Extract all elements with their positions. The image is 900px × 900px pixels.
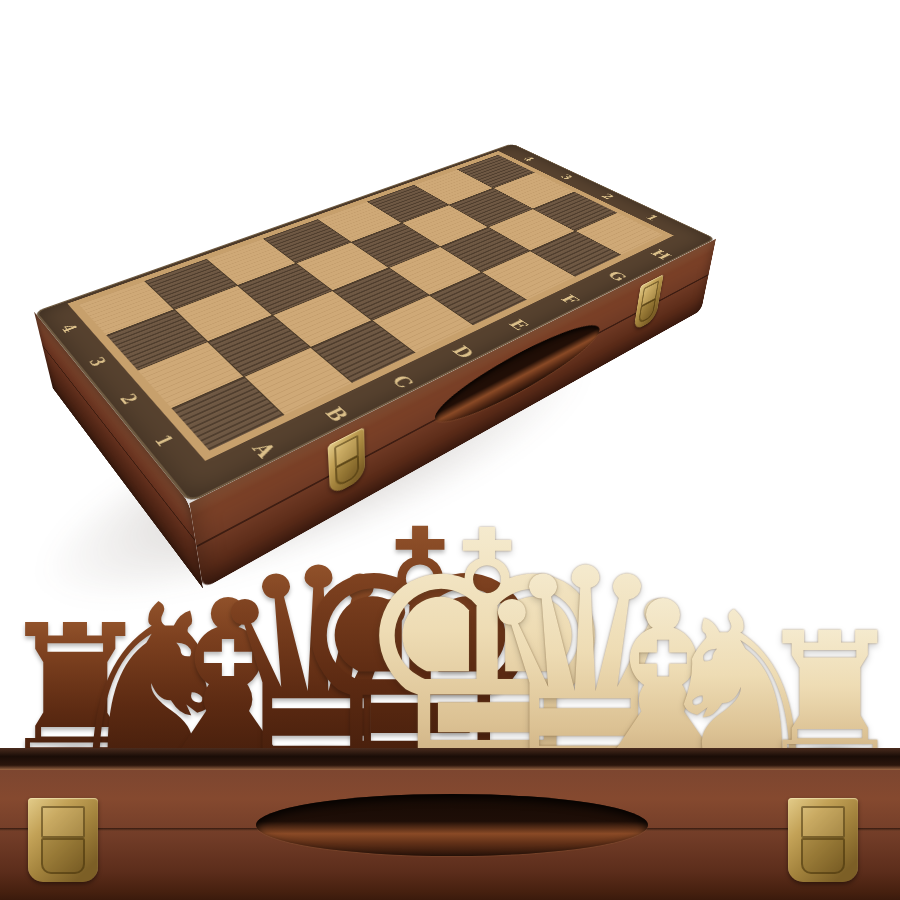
rank-label-right-1: 1 (642, 213, 662, 222)
recessed-handle-case (256, 794, 648, 856)
rank-label-left-3: 3 (84, 354, 111, 369)
rank-label-right-3: 3 (557, 173, 576, 181)
latch-plate (41, 838, 86, 873)
rank-label-left-4: 4 (56, 321, 82, 335)
latch-hasp (41, 806, 86, 839)
file-label-a: A (247, 439, 282, 461)
rank-label-left-2: 2 (115, 391, 144, 408)
brass-latch-case-right (788, 798, 858, 882)
case-front-side (0, 770, 900, 900)
latch-plate (801, 838, 846, 873)
rank-label-right-2: 2 (598, 192, 618, 201)
file-label-f: F (557, 292, 583, 306)
file-label-d: D (448, 343, 479, 361)
case-top-surface (0, 748, 900, 770)
brass-latch-box-right (633, 274, 663, 331)
chess-set-product-photo: ABCDEFGH44332211 ♜♞♝♛♚♚♛♝♞♜ (0, 0, 900, 900)
file-label-c: C (387, 372, 419, 391)
file-label-b: B (320, 404, 354, 425)
brass-latch-case-left (28, 798, 98, 882)
file-label-h: H (647, 248, 675, 262)
rank-label-right-4: 4 (520, 155, 538, 162)
rank-label-left-1: 1 (149, 431, 179, 450)
latch-hasp (801, 806, 846, 839)
file-label-g: G (604, 269, 631, 283)
closed-case-bottom (0, 748, 900, 900)
file-label-e: E (505, 317, 533, 333)
